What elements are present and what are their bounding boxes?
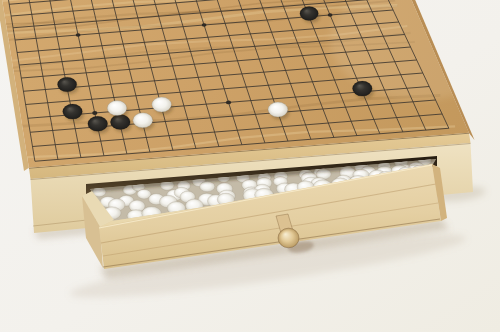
photo-of-go-board: [0, 0, 500, 332]
star-point: [328, 13, 333, 17]
white-stone: [268, 102, 288, 117]
star-point: [76, 33, 81, 37]
drawer-white-stone: [200, 181, 215, 191]
goban-scene: [0, 0, 500, 332]
white-stone: [133, 113, 153, 128]
black-stone: [63, 104, 83, 119]
black-stone: [88, 116, 108, 131]
white-stone: [107, 101, 127, 116]
black-stone: [300, 7, 318, 21]
white-stone: [152, 97, 172, 112]
black-stone: [353, 81, 373, 96]
star-point: [202, 23, 207, 27]
black-stone: [58, 77, 77, 92]
star-point: [226, 101, 231, 105]
star-point: [92, 111, 97, 115]
